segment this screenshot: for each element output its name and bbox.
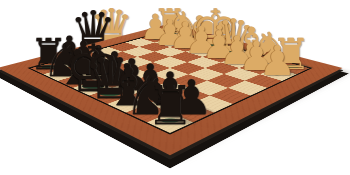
chess-set-product-photo: ♛♛ ♜♞♝♛♚♝♞♜♟♟♟♟♟♟♟♟♟♟♟♟♟♟♟♟♜♞♝♛♚♝♞♜ — [0, 0, 350, 175]
